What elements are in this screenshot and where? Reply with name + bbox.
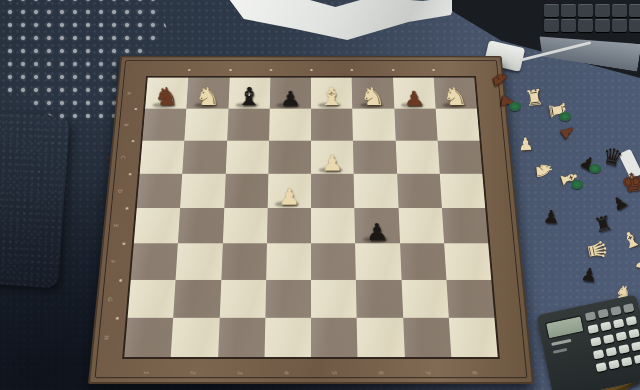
square-h1[interactable] (449, 318, 498, 357)
green-felt-base (559, 112, 571, 121)
loose-cream-knight[interactable]: ♞ (532, 160, 555, 181)
pawn-icon: ♟ (403, 87, 425, 110)
square-c5[interactable] (224, 174, 268, 208)
loose-cream-queen[interactable]: ♛ (583, 237, 611, 263)
square-e7[interactable] (311, 109, 353, 141)
loose-brown-king[interactable]: ♚ (620, 169, 640, 196)
calculator-key (606, 347, 617, 357)
frame-dot (132, 140, 135, 142)
square-d2[interactable] (265, 280, 311, 318)
calculator-key (598, 309, 609, 319)
square-f5[interactable] (354, 174, 398, 208)
calculator-key (593, 349, 604, 359)
laptop-key (612, 4, 627, 17)
rank-label-a: A (126, 92, 132, 95)
square-a5[interactable] (137, 174, 183, 208)
frame-dot (122, 242, 125, 245)
square-b7[interactable] (185, 109, 228, 141)
black-pawn-d8[interactable]: ♟ (280, 89, 301, 109)
square-b2[interactable] (173, 280, 220, 318)
frame-dot (188, 69, 191, 71)
laptop-key (544, 19, 559, 32)
laptop-key (612, 19, 627, 32)
square-a1[interactable] (124, 318, 173, 357)
calculator-key (587, 324, 598, 334)
knight-icon: ♞ (360, 82, 387, 111)
square-e1[interactable] (311, 318, 358, 357)
square-c2[interactable] (219, 280, 266, 318)
square-c8[interactable]: ♝ (228, 78, 270, 109)
square-g3[interactable] (400, 243, 447, 280)
cream-pawn-e6[interactable]: ♟ (321, 152, 343, 173)
rank-label-e: E (113, 224, 120, 227)
file-label-4: 4 (284, 370, 292, 375)
laptop-key (595, 4, 610, 17)
frame-dot (229, 69, 232, 71)
calculator-key (634, 354, 640, 364)
black-bishop-c8[interactable]: ♝ (236, 84, 263, 108)
calculator-key (600, 321, 611, 331)
square-b4[interactable] (178, 208, 224, 243)
cream-pawn-d5[interactable]: ♟ (278, 186, 300, 208)
board-playing-area: ♞♞♝♟♝♞♟♞♟♟♟ (124, 78, 497, 357)
calculator-key (621, 357, 632, 367)
pawn-icon: ♟ (280, 87, 301, 110)
rank-label-d: D (117, 189, 124, 193)
calculator-key (618, 344, 629, 354)
loose-black-queen[interactable]: ♛ (600, 144, 625, 171)
square-a6[interactable] (140, 141, 185, 174)
file-label-6: 6 (378, 370, 385, 375)
square-a7[interactable] (142, 109, 186, 141)
cream-knight-f8[interactable]: ♞ (360, 84, 387, 108)
square-d3[interactable] (266, 243, 311, 280)
laptop-key (578, 4, 593, 17)
frame-dot (134, 108, 137, 110)
square-h5[interactable] (440, 174, 486, 208)
square-f3[interactable] (355, 243, 401, 280)
pawn-icon: ♟ (321, 151, 343, 176)
frame-dot (126, 207, 129, 209)
calculator-brand-mark-2 (553, 348, 567, 354)
scene: ♞♞♝♟♝♞♟♞♟♟♟ ABCDEFGH12345678 ♞♟♜♜♟♟♞♝♟♛♚… (0, 0, 640, 390)
file-label-3: 3 (237, 370, 245, 375)
cream-bishop-e8[interactable]: ♝ (319, 84, 345, 108)
square-d5[interactable]: ♟ (267, 174, 311, 208)
board-grid: ♞♞♝♟♝♞♟♞♟♟♟ (124, 78, 497, 357)
square-d7[interactable] (269, 109, 311, 141)
calculator-key (626, 316, 637, 326)
frame-dot (119, 279, 122, 282)
calculator-key (590, 337, 601, 347)
square-c4[interactable] (222, 208, 267, 243)
cream-knight-b8[interactable]: ♞ (194, 84, 221, 108)
knight-icon: ♞ (441, 82, 469, 111)
square-c1[interactable] (218, 318, 266, 357)
knight-icon: ♞ (194, 82, 221, 111)
square-f4[interactable]: ♟ (355, 208, 400, 243)
calculator-key (608, 359, 619, 369)
rank-label-h: H (103, 336, 110, 340)
square-a3[interactable] (131, 243, 178, 280)
green-felt-base (571, 180, 583, 189)
square-a8[interactable]: ♞ (145, 78, 188, 109)
laptop-key (578, 19, 593, 32)
square-a2[interactable] (128, 280, 176, 318)
square-d8[interactable]: ♟ (270, 78, 311, 109)
square-h7[interactable] (435, 109, 479, 141)
square-b8[interactable]: ♞ (187, 78, 230, 109)
calculator-brand-mark (551, 339, 571, 346)
frame-dot (391, 69, 394, 71)
square-f1[interactable] (357, 318, 405, 357)
file-label-8: 8 (472, 370, 479, 375)
square-h2[interactable] (446, 280, 494, 318)
square-b1[interactable] (171, 318, 219, 357)
chess-board: ♞♞♝♟♝♞♟♞♟♟♟ ABCDEFGH12345678 (88, 56, 534, 384)
square-h8[interactable]: ♞ (433, 78, 476, 109)
square-h6[interactable] (437, 141, 482, 174)
bishop-icon: ♝ (319, 82, 345, 111)
brown-pawn-g8[interactable]: ♟ (403, 89, 425, 109)
square-e5[interactable] (311, 174, 355, 208)
rank-label-b: B (123, 123, 129, 126)
calculator-key (613, 319, 624, 329)
calculator-key (623, 303, 634, 313)
square-e8[interactable]: ♝ (311, 78, 352, 109)
square-d4[interactable] (267, 208, 311, 243)
square-f2[interactable] (356, 280, 403, 318)
square-d1[interactable] (264, 318, 311, 357)
square-h4[interactable] (442, 208, 489, 243)
square-g4[interactable] (398, 208, 444, 243)
bishop-icon: ♝ (236, 82, 263, 111)
square-c3[interactable] (221, 243, 267, 280)
pawn-icon: ♟ (278, 184, 300, 209)
square-f6[interactable] (353, 141, 397, 174)
laptop-key (544, 4, 559, 17)
loose-black-pawn[interactable]: ♟ (580, 265, 598, 285)
square-g8[interactable]: ♟ (393, 78, 436, 109)
rank-label-f: F (110, 260, 117, 263)
laptop-key (595, 19, 610, 32)
calculator-key (631, 341, 640, 351)
laptop-key (561, 19, 576, 32)
brown-knight-a8[interactable]: ♞ (153, 84, 181, 108)
square-e2[interactable] (311, 280, 357, 318)
frame-dot (116, 317, 119, 320)
square-b5[interactable] (180, 174, 225, 208)
black-pawn-f4[interactable]: ♟ (365, 220, 388, 243)
square-d6[interactable] (268, 141, 311, 174)
frame-dot (310, 69, 313, 71)
laptop-key (629, 4, 640, 17)
square-e3[interactable] (311, 243, 356, 280)
laptop-key (629, 19, 640, 32)
laptop-key (561, 4, 576, 17)
gray-case (0, 111, 70, 288)
file-label-2: 2 (190, 370, 198, 375)
square-b6[interactable] (182, 141, 226, 174)
calculator-key (585, 311, 596, 321)
square-e4[interactable] (311, 208, 355, 243)
square-g2[interactable] (401, 280, 448, 318)
square-b3[interactable] (176, 243, 223, 280)
pawn-icon: ♟ (365, 219, 388, 245)
frame-dot (269, 69, 272, 71)
square-g1[interactable] (403, 318, 451, 357)
cream-knight-h8[interactable]: ♞ (442, 84, 470, 108)
square-g5[interactable] (397, 174, 442, 208)
frame-dot (129, 173, 132, 175)
square-f8[interactable]: ♞ (352, 78, 394, 109)
loose-cream-pawn[interactable]: ♟ (517, 135, 533, 153)
square-h3[interactable] (444, 243, 491, 280)
square-a4[interactable] (134, 208, 181, 243)
square-e6[interactable]: ♟ (311, 141, 354, 174)
calculator-key (616, 331, 627, 341)
file-label-5: 5 (331, 370, 338, 375)
rank-label-g: G (107, 297, 114, 301)
square-g6[interactable] (395, 141, 439, 174)
file-label-1: 1 (143, 370, 151, 375)
frame-dot (432, 69, 435, 71)
calculator-display (545, 315, 585, 339)
calculator-key (596, 362, 607, 372)
square-f7[interactable] (352, 109, 395, 141)
knight-icon: ♞ (153, 82, 181, 111)
calculator-key (628, 329, 639, 339)
square-g7[interactable] (394, 109, 437, 141)
calculator-key (610, 306, 621, 316)
square-c7[interactable] (227, 109, 270, 141)
calculator-key (603, 334, 614, 344)
loose-cream-rook[interactable]: ♜ (524, 87, 546, 110)
rank-label-c: C (120, 156, 127, 159)
board-frame: ♞♞♝♟♝♞♟♞♟♟♟ ABCDEFGH12345678 (88, 56, 534, 384)
file-label-7: 7 (425, 370, 432, 375)
loose-black-pawn[interactable]: ♟ (543, 208, 560, 227)
frame-dot (351, 69, 354, 71)
square-c6[interactable] (225, 141, 269, 174)
